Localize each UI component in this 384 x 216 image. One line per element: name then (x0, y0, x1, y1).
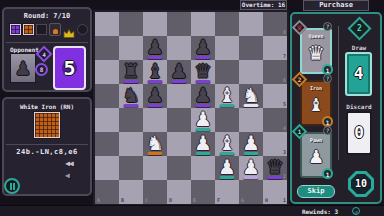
rank-label-7: 7 (283, 53, 286, 59)
square-c5[interactable]: ♟ (143, 84, 167, 108)
card-iron-art: ♝ (302, 91, 330, 119)
black-queen-e6[interactable]: ♛ (191, 60, 215, 84)
square-e5[interactable]: ♟ (191, 84, 215, 108)
square-g8[interactable] (239, 12, 263, 36)
piece-base (172, 80, 187, 83)
square-h1[interactable]: H1 (263, 180, 287, 204)
overtime-label: Overtime: 16 (241, 1, 286, 9)
square-g4[interactable] (239, 108, 263, 132)
crown-icon[interactable] (63, 24, 75, 35)
energy-value: 10 (351, 174, 371, 194)
white-knight-c3[interactable]: ♞ (143, 132, 167, 156)
square-d8[interactable] (167, 12, 191, 36)
draw-label: Draw (340, 44, 378, 51)
rewind-double-button[interactable]: ◀◀ (56, 159, 82, 168)
square-g6[interactable] (239, 60, 263, 84)
rank-label-4: 4 (283, 125, 286, 131)
square-f8[interactable] (215, 12, 239, 36)
white-bishop-f3[interactable]: ♝ (215, 132, 239, 156)
round-label: Round: 7/10 (4, 12, 90, 20)
card-iron-cost: 2 (296, 76, 303, 83)
discard-pile-card[interactable]: 0 (346, 111, 372, 155)
square-a8[interactable] (95, 12, 119, 36)
square-a4[interactable] (95, 108, 119, 132)
square-a6[interactable] (95, 60, 119, 84)
black-pawn-e7[interactable]: ♟ (191, 36, 215, 60)
piece-base (220, 104, 235, 107)
opponent-portrait[interactable]: ♟ (10, 53, 36, 83)
square-f3[interactable]: ♝ (215, 132, 239, 156)
white-pawn-g2[interactable]: ♟ (239, 156, 263, 180)
rank-label-1: 1 (283, 197, 286, 203)
rewind-single-button[interactable]: ◀ (56, 171, 78, 180)
card-pawn-cost: 1 (296, 128, 303, 135)
square-b8[interactable] (119, 12, 143, 36)
square-a1[interactable]: A (95, 180, 119, 204)
black-pawn-c5[interactable]: ♟ (143, 84, 167, 108)
square-e7[interactable]: ♟ (191, 36, 215, 60)
square-f1[interactable]: F (215, 180, 239, 204)
file-label-d: D (169, 197, 172, 203)
black-pawn-c7[interactable]: ♟ (143, 36, 167, 60)
square-d5[interactable] (167, 84, 191, 108)
square-b5[interactable]: ♞ (119, 84, 143, 108)
white-pawn-e3[interactable]: ♟ (191, 132, 215, 156)
square-g2[interactable]: ♟ (239, 156, 263, 180)
square-g5[interactable]: ♞ (239, 84, 263, 108)
square-h3[interactable]: 3 (263, 132, 287, 156)
black-pawn-portrait-icon: ♟ (11, 54, 35, 82)
skip-label: Skip (298, 186, 334, 197)
square-d4[interactable] (167, 108, 191, 132)
discard-label: Discard (338, 103, 380, 110)
game-window: 8♟♟7♜♝♟♛6♞♟♟♝♞5♟4♞♟♝♟3♟♟2♛ABCDEFGH1 Over… (0, 0, 384, 216)
orange-board-icon[interactable] (23, 24, 34, 35)
opponent-card[interactable]: 5 (53, 46, 86, 90)
black-rook-b6[interactable]: ♜ (119, 60, 143, 84)
opponent-card-value: 5 (55, 48, 84, 88)
square-f2[interactable]: ♟ (215, 156, 239, 180)
footer-bar: Rewinds: 3 ↺ (0, 205, 384, 216)
square-h7[interactable]: 7 (263, 36, 287, 60)
file-label-c: C (145, 197, 148, 203)
rewind-counter-icon[interactable]: ↺ (352, 207, 360, 215)
square-e1[interactable]: E (191, 180, 215, 204)
square-e4[interactable]: ♟ (191, 108, 215, 132)
panel-divider (6, 42, 88, 43)
card-iron-help-badge[interactable]: ? (323, 74, 332, 83)
opponent-circle-value: 8 (37, 65, 46, 75)
round-panel: Round: 7/10 Opponent ♟ 4 8 5 (2, 7, 92, 92)
draw-pile-card[interactable]: 4 (345, 52, 372, 96)
deck-panel: White Iron (RN) 24b.-LN,c8,e6 ◀◀ ◀ (2, 97, 92, 196)
gem-value: 2 (353, 22, 366, 35)
square-c6[interactable]: ♝ (143, 60, 167, 84)
square-f5[interactable]: ♝ (215, 84, 239, 108)
white-knight-g5[interactable]: ♞ (239, 84, 263, 108)
square-d1[interactable]: D (167, 180, 191, 204)
square-c1[interactable]: C (143, 180, 167, 204)
square-a2[interactable] (95, 156, 119, 180)
file-label-f: F (217, 197, 220, 203)
square-g3[interactable]: ♟ (239, 132, 263, 156)
purchase-header: Purchase (304, 1, 368, 10)
energy-octagon-inner: 10 (351, 174, 371, 194)
square-b2[interactable] (119, 156, 143, 180)
flame-icon (53, 29, 58, 34)
square-h6[interactable]: 6 (263, 60, 287, 84)
rank-label-6: 6 (283, 77, 286, 83)
move-log-text: 24b.-LN,c8,e6 (4, 148, 90, 156)
square-g7[interactable] (239, 36, 263, 60)
square-b6[interactable]: ♜ (119, 60, 143, 84)
white-pawn-g3[interactable]: ♟ (239, 132, 263, 156)
red-queen-cost-icon: ♛ (296, 24, 303, 31)
purchase-header-box: Purchase (303, 0, 369, 11)
square-a3[interactable] (95, 132, 119, 156)
square-h2[interactable]: 2♛ (263, 156, 287, 180)
draw-count: 4 (347, 54, 370, 94)
square-e3[interactable]: ♟ (191, 132, 215, 156)
square-b3[interactable] (119, 132, 143, 156)
square-c8[interactable] (143, 12, 167, 36)
square-h4[interactable]: 4 (263, 108, 287, 132)
card-pawn-count-badge: 1 (322, 168, 333, 179)
purple-board-icon[interactable] (10, 24, 21, 35)
panel-divider (6, 144, 88, 145)
black-bishop-c6[interactable]: ♝ (143, 60, 167, 84)
square-e6[interactable]: ♛ (191, 60, 215, 84)
skip-button[interactable]: Skip (297, 185, 335, 198)
piece-base (196, 152, 211, 155)
square-b7[interactable] (119, 36, 143, 60)
black-knight-b5[interactable]: ♞ (119, 84, 143, 108)
square-d3[interactable] (167, 132, 191, 156)
file-label-a: A (97, 197, 100, 203)
square-h5[interactable]: 5 (263, 84, 287, 108)
square-a7[interactable] (95, 36, 119, 60)
file-label-e: E (193, 197, 196, 203)
chess-board: 8♟♟7♜♝♟♛6♞♟♟♝♞5♟4♞♟♝♟3♟♟2♛ABCDEFGH1 (95, 12, 287, 204)
black-pawn-d6[interactable]: ♟ (167, 60, 191, 84)
square-g1[interactable]: G (239, 180, 263, 204)
piece-base (148, 104, 163, 107)
square-c7[interactable]: ♟ (143, 36, 167, 60)
file-label-b: B (121, 197, 124, 203)
card-queen-help-badge[interactable]: ? (323, 22, 332, 31)
card-queen-art: ♛ (302, 39, 330, 67)
card-pawn-art: ♟ (302, 143, 330, 171)
square-d6[interactable]: ♟ (167, 60, 191, 84)
empty-circle-slot[interactable] (77, 24, 88, 35)
empty-slot[interactable] (36, 24, 47, 35)
opponent-diamond-value: 4 (40, 50, 48, 58)
iron-board-icon (34, 112, 60, 138)
white-bishop-f5[interactable]: ♝ (215, 84, 239, 108)
overtime-box: Overtime: 16 (240, 0, 287, 10)
file-label-g: G (241, 197, 244, 203)
file-label-h: H (265, 197, 268, 203)
rewinds-label: Rewinds: 3 (302, 208, 338, 215)
square-f6[interactable] (215, 60, 239, 84)
square-c4[interactable] (143, 108, 167, 132)
piece-base (268, 176, 283, 179)
square-a5[interactable] (95, 84, 119, 108)
square-c3[interactable]: ♞ (143, 132, 167, 156)
piece-base (220, 176, 235, 179)
square-d2[interactable] (167, 156, 191, 180)
piece-base (124, 104, 139, 107)
black-queen-h2[interactable]: ♛ (263, 156, 287, 180)
piece-base (244, 104, 259, 107)
deck-title: White Iron (RN) (4, 103, 90, 110)
square-h8[interactable]: 8 (263, 12, 287, 36)
square-b4[interactable] (119, 108, 143, 132)
white-pawn-f2[interactable]: ♟ (215, 156, 239, 180)
furnace-icon[interactable] (49, 23, 61, 36)
square-e2[interactable] (191, 156, 215, 180)
square-d7[interactable] (167, 36, 191, 60)
pause-bar (10, 183, 12, 190)
discard-count: 0 (348, 113, 370, 153)
card-pawn-help-badge[interactable]: ? (323, 126, 332, 135)
opponent-circle-badge: 8 (35, 63, 48, 76)
opponent-label: Opponent (10, 46, 39, 53)
rank-label-8: 8 (283, 29, 286, 35)
black-pawn-e5[interactable]: ♟ (191, 84, 215, 108)
shop-divider (338, 26, 339, 160)
pause-bar (13, 183, 15, 190)
pause-button[interactable] (4, 178, 20, 194)
square-c2[interactable] (143, 156, 167, 180)
square-f4[interactable] (215, 108, 239, 132)
piece-base (148, 152, 163, 155)
square-f7[interactable] (215, 36, 239, 60)
white-pawn-e4[interactable]: ♟ (191, 108, 215, 132)
square-e8[interactable] (191, 12, 215, 36)
square-b1[interactable]: B (119, 180, 143, 204)
piece-base (244, 176, 259, 179)
rank-label-5: 5 (283, 101, 286, 107)
